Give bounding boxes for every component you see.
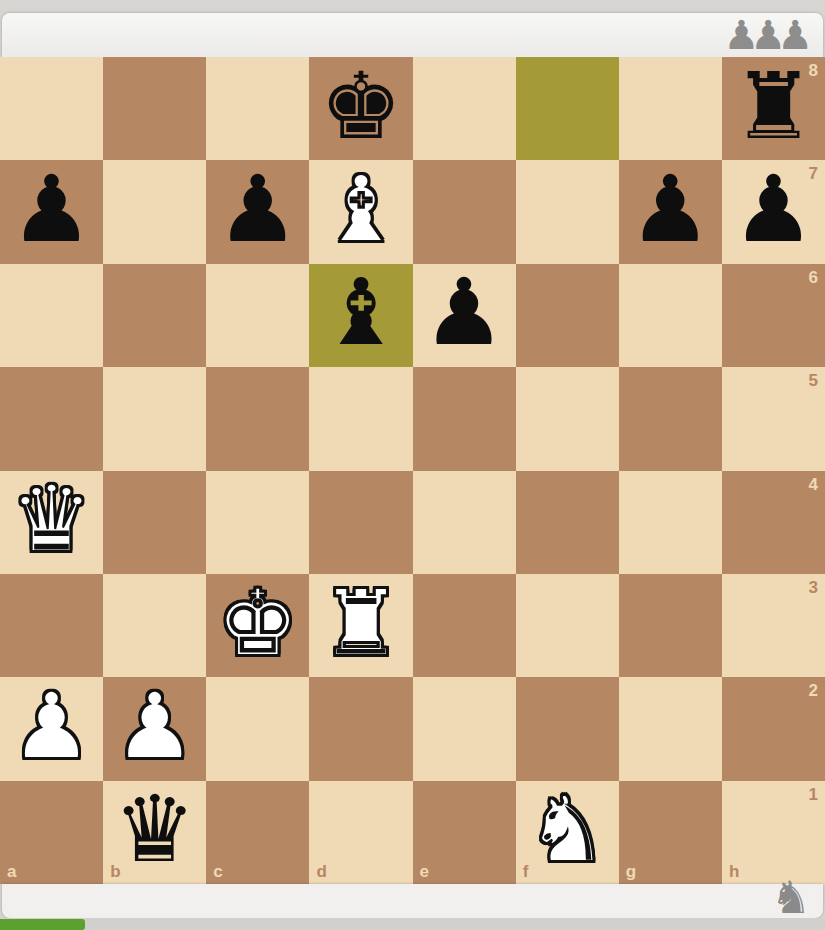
- rank-label-1: 1: [809, 786, 818, 803]
- square-e1[interactable]: e: [413, 781, 516, 884]
- square-b2[interactable]: ♟: [103, 677, 206, 780]
- square-c8[interactable]: [206, 57, 309, 160]
- square-d6[interactable]: ♝: [309, 264, 412, 367]
- square-b1[interactable]: b♛: [103, 781, 206, 884]
- square-h2[interactable]: 2: [722, 677, 825, 780]
- square-g2[interactable]: [619, 677, 722, 780]
- progress-bar: [0, 919, 85, 930]
- piece-black-pawn[interactable]: ♟: [629, 164, 711, 260]
- square-e8[interactable]: [413, 57, 516, 160]
- square-g8[interactable]: [619, 57, 722, 160]
- square-a6[interactable]: [0, 264, 103, 367]
- piece-black-bishop[interactable]: ♝: [320, 267, 402, 363]
- piece-white-king[interactable]: ♚: [217, 578, 299, 674]
- square-f7[interactable]: [516, 160, 619, 263]
- square-d4[interactable]: [309, 471, 412, 574]
- rank-label-2: 2: [809, 682, 818, 699]
- square-b4[interactable]: [103, 471, 206, 574]
- square-h1[interactable]: 1h: [722, 781, 825, 884]
- piece-white-pawn[interactable]: ♟: [10, 681, 92, 777]
- square-b3[interactable]: [103, 574, 206, 677]
- square-d5[interactable]: [309, 367, 412, 470]
- piece-white-bishop[interactable]: ♝: [320, 164, 402, 260]
- piece-white-queen[interactable]: ♛: [10, 474, 92, 570]
- square-f8[interactable]: [516, 57, 619, 160]
- player-bar: ♞: [2, 884, 823, 918]
- rank-label-3: 3: [809, 579, 818, 596]
- square-a7[interactable]: ♟: [0, 160, 103, 263]
- square-d1[interactable]: d: [309, 781, 412, 884]
- square-h4[interactable]: 4: [722, 471, 825, 574]
- square-h8[interactable]: 8♜: [722, 57, 825, 160]
- square-h7[interactable]: 7♟: [722, 160, 825, 263]
- piece-black-pawn[interactable]: ♟: [10, 164, 92, 260]
- square-f3[interactable]: [516, 574, 619, 677]
- captured-pieces-bottom-tray: ♞: [771, 875, 811, 920]
- file-label-c: c: [213, 863, 222, 880]
- captured-knight-icon: ♞: [771, 875, 811, 920]
- square-d8[interactable]: ♚: [309, 57, 412, 160]
- square-h6[interactable]: 6: [722, 264, 825, 367]
- file-label-g: g: [626, 863, 636, 880]
- square-d7[interactable]: ♝: [309, 160, 412, 263]
- square-c6[interactable]: [206, 264, 309, 367]
- square-e6[interactable]: ♟: [413, 264, 516, 367]
- opponent-bar: ♟♟♟: [2, 13, 823, 57]
- chess-board: ♚8♜♟♟♝♟7♟♝♟65♛4♚♜3♟♟2ab♛cdef♞g1h: [0, 57, 825, 884]
- piece-black-king[interactable]: ♚: [320, 61, 402, 157]
- chess-app-window: ♟♟♟ ♚8♜♟♟♝♟7♟♝♟65♛4♚♜3♟♟2ab♛cdef♞g1h ♞: [0, 0, 825, 930]
- square-f4[interactable]: [516, 471, 619, 574]
- file-label-b: b: [110, 863, 120, 880]
- square-e3[interactable]: [413, 574, 516, 677]
- square-g4[interactable]: [619, 471, 722, 574]
- square-a5[interactable]: [0, 367, 103, 470]
- file-label-a: a: [7, 863, 16, 880]
- file-label-h: h: [729, 863, 739, 880]
- square-b7[interactable]: [103, 160, 206, 263]
- square-g1[interactable]: g: [619, 781, 722, 884]
- square-g5[interactable]: [619, 367, 722, 470]
- captured-pieces-top-tray: ♟♟♟: [723, 15, 813, 55]
- square-g6[interactable]: [619, 264, 722, 367]
- file-label-f: f: [523, 863, 529, 880]
- captured-pawn-icon: ♟: [777, 15, 813, 55]
- square-e4[interactable]: [413, 471, 516, 574]
- square-c5[interactable]: [206, 367, 309, 470]
- square-g7[interactable]: ♟: [619, 160, 722, 263]
- square-e5[interactable]: [413, 367, 516, 470]
- bottom-status-strip: [0, 918, 825, 930]
- piece-black-rook[interactable]: ♜: [732, 61, 814, 157]
- piece-black-pawn[interactable]: ♟: [732, 164, 814, 260]
- piece-white-rook[interactable]: ♜: [320, 578, 402, 674]
- square-d3[interactable]: ♜: [309, 574, 412, 677]
- square-f6[interactable]: [516, 264, 619, 367]
- rank-label-5: 5: [809, 372, 818, 389]
- square-c4[interactable]: [206, 471, 309, 574]
- square-b5[interactable]: [103, 367, 206, 470]
- square-c7[interactable]: ♟: [206, 160, 309, 263]
- square-a2[interactable]: ♟: [0, 677, 103, 780]
- square-a4[interactable]: ♛: [0, 471, 103, 574]
- square-a1[interactable]: a: [0, 781, 103, 884]
- square-b8[interactable]: [103, 57, 206, 160]
- square-f1[interactable]: f♞: [516, 781, 619, 884]
- rank-label-7: 7: [809, 165, 818, 182]
- square-a8[interactable]: [0, 57, 103, 160]
- rank-label-6: 6: [809, 269, 818, 286]
- piece-black-pawn[interactable]: ♟: [423, 267, 505, 363]
- square-c2[interactable]: [206, 677, 309, 780]
- square-f5[interactable]: [516, 367, 619, 470]
- file-label-d: d: [316, 863, 326, 880]
- square-e7[interactable]: [413, 160, 516, 263]
- square-a3[interactable]: [0, 574, 103, 677]
- square-g3[interactable]: [619, 574, 722, 677]
- piece-white-knight[interactable]: ♞: [526, 784, 608, 880]
- square-f2[interactable]: [516, 677, 619, 780]
- piece-black-queen[interactable]: ♛: [113, 784, 195, 880]
- file-label-e: e: [420, 863, 429, 880]
- square-d2[interactable]: [309, 677, 412, 780]
- square-c1[interactable]: c: [206, 781, 309, 884]
- square-e2[interactable]: [413, 677, 516, 780]
- rank-label-4: 4: [809, 476, 818, 493]
- square-b6[interactable]: [103, 264, 206, 367]
- piece-white-pawn[interactable]: ♟: [113, 681, 195, 777]
- square-h3[interactable]: 3: [722, 574, 825, 677]
- rank-label-8: 8: [809, 62, 818, 79]
- square-h5[interactable]: 5: [722, 367, 825, 470]
- square-c3[interactable]: ♚: [206, 574, 309, 677]
- piece-black-pawn[interactable]: ♟: [217, 164, 299, 260]
